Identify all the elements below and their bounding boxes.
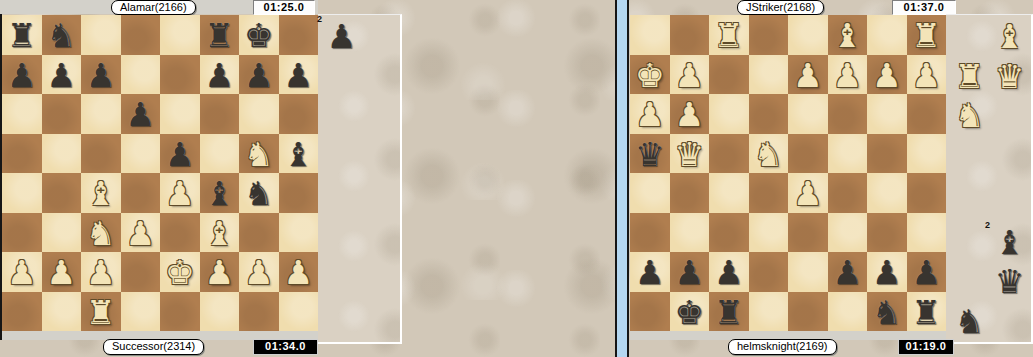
white-pawn[interactable]: ♟: [204, 256, 234, 289]
square-f5[interactable]: [709, 173, 749, 213]
square-c6[interactable]: [81, 94, 121, 134]
square-d8[interactable]: [788, 292, 828, 332]
holding-black-pawn[interactable]: 2♟: [322, 16, 361, 55]
square-e1[interactable]: [160, 292, 200, 332]
square-b7[interactable]: ♟: [867, 252, 907, 292]
square-a3[interactable]: [907, 94, 947, 134]
square-d3[interactable]: [788, 94, 828, 134]
square-f3[interactable]: ♝: [200, 213, 240, 253]
square-f6[interactable]: [709, 213, 749, 253]
square-b4[interactable]: [42, 173, 82, 213]
square-h5[interactable]: ♝: [279, 134, 319, 174]
square-h1[interactable]: [630, 15, 670, 55]
white-rook[interactable]: ♜: [714, 19, 744, 52]
square-g1[interactable]: [239, 292, 279, 332]
square-c6[interactable]: [828, 213, 868, 253]
square-a2[interactable]: ♟: [907, 55, 947, 95]
square-a5[interactable]: [907, 173, 947, 213]
holding-black-bishop[interactable]: 2♝: [990, 222, 1029, 261]
window-divider[interactable]: [615, 0, 629, 357]
holding-white-bishop[interactable]: ♝: [990, 16, 1029, 55]
white-queen[interactable]: ♛: [995, 60, 1025, 93]
square-b2[interactable]: ♟: [867, 55, 907, 95]
square-a1[interactable]: [2, 292, 42, 332]
square-b5[interactable]: [42, 134, 82, 174]
square-f4[interactable]: ♝: [200, 173, 240, 213]
holding-black-knight[interactable]: ♞: [950, 301, 989, 340]
black-knight[interactable]: ♞: [46, 19, 76, 52]
square-h6[interactable]: [279, 94, 319, 134]
square-c5[interactable]: [828, 173, 868, 213]
white-pawn[interactable]: ♟: [86, 256, 116, 289]
square-c8[interactable]: [81, 15, 121, 55]
white-pawn[interactable]: ♟: [7, 256, 37, 289]
square-h1[interactable]: [279, 292, 319, 332]
white-pawn[interactable]: ♟: [283, 256, 313, 289]
white-bishop[interactable]: ♝: [995, 20, 1025, 53]
black-pawn[interactable]: ♟: [635, 256, 665, 289]
white-pawn[interactable]: ♟: [46, 256, 76, 289]
black-pawn[interactable]: ♟: [832, 256, 862, 289]
square-c7[interactable]: ♟: [81, 55, 121, 95]
white-pawn[interactable]: ♟: [635, 98, 665, 131]
square-d5[interactable]: [121, 134, 161, 174]
square-f4[interactable]: [709, 134, 749, 174]
square-d1[interactable]: [121, 292, 161, 332]
player-button-successor[interactable]: Successor(2314): [103, 339, 204, 355]
square-g2[interactable]: ♟: [239, 252, 279, 292]
black-rook[interactable]: ♜: [204, 19, 234, 52]
square-h7[interactable]: ♟: [279, 55, 319, 95]
black-rook[interactable]: ♜: [911, 296, 941, 329]
white-pawn[interactable]: ♟: [165, 177, 195, 210]
white-king[interactable]: ♚: [635, 59, 665, 92]
black-king[interactable]: ♚: [674, 296, 704, 329]
square-b6[interactable]: [867, 213, 907, 253]
white-rook[interactable]: ♜: [911, 19, 941, 52]
square-d2[interactable]: ♟: [788, 55, 828, 95]
square-g8[interactable]: ♚: [670, 292, 710, 332]
square-f7[interactable]: ♟: [200, 55, 240, 95]
square-e5[interactable]: ♟: [160, 134, 200, 174]
square-f2[interactable]: [709, 55, 749, 95]
square-g5[interactable]: ♞: [239, 134, 279, 174]
square-a6[interactable]: [907, 213, 947, 253]
square-d4[interactable]: [788, 134, 828, 174]
player-button-alamar[interactable]: Alamar(2166): [111, 0, 196, 15]
black-pawn[interactable]: ♟: [86, 59, 116, 92]
square-g1[interactable]: [670, 15, 710, 55]
square-b8[interactable]: ♞: [42, 15, 82, 55]
square-d7[interactable]: [121, 55, 161, 95]
holding-white-queen[interactable]: ♛: [990, 56, 1029, 95]
square-c7[interactable]: ♟: [828, 252, 868, 292]
square-d6[interactable]: ♟: [121, 94, 161, 134]
square-a7[interactable]: ♟: [907, 252, 947, 292]
clock-top-left: 01:25.0: [253, 0, 315, 15]
square-g3[interactable]: [239, 213, 279, 253]
square-h5[interactable]: [630, 173, 670, 213]
square-e8[interactable]: [749, 292, 789, 332]
white-king[interactable]: ♚: [165, 256, 195, 289]
square-f2[interactable]: ♟: [200, 252, 240, 292]
black-pawn[interactable]: ♟: [244, 59, 274, 92]
square-g8[interactable]: ♚: [239, 15, 279, 55]
white-rook[interactable]: ♜: [955, 60, 985, 93]
square-d3[interactable]: ♟: [121, 213, 161, 253]
square-d7[interactable]: [788, 252, 828, 292]
square-b4[interactable]: [867, 134, 907, 174]
white-bishop[interactable]: ♝: [86, 177, 116, 210]
square-f6[interactable]: [200, 94, 240, 134]
chess-board-right: ♜♝♜♚♟♟♟♟♟♟♟♛♛♞♟♟♟♟♟♟♟♚♜♞♜: [630, 15, 946, 331]
black-bishop[interactable]: ♝: [283, 138, 313, 171]
black-pawn[interactable]: ♟: [283, 59, 313, 92]
black-rook[interactable]: ♜: [714, 296, 744, 329]
square-a8[interactable]: ♜: [2, 15, 42, 55]
square-c4[interactable]: ♝: [81, 173, 121, 213]
clock-top-right: 01:37.0: [892, 0, 956, 15]
square-h3[interactable]: [279, 213, 319, 253]
black-queen[interactable]: ♛: [995, 265, 1025, 298]
black-queen[interactable]: ♛: [635, 138, 665, 171]
square-f3[interactable]: [709, 94, 749, 134]
white-pawn[interactable]: ♟: [793, 177, 823, 210]
square-h6[interactable]: [630, 213, 670, 253]
white-pawn[interactable]: ♟: [911, 59, 941, 92]
square-d8[interactable]: [121, 15, 161, 55]
square-g7[interactable]: ♟: [670, 252, 710, 292]
square-e7[interactable]: [160, 55, 200, 95]
square-d5[interactable]: ♟: [788, 173, 828, 213]
white-rook[interactable]: ♜: [86, 296, 116, 329]
square-h2[interactable]: ♟: [279, 252, 319, 292]
square-g3[interactable]: ♟: [670, 94, 710, 134]
square-e6[interactable]: [749, 213, 789, 253]
square-g6[interactable]: [670, 213, 710, 253]
black-knight[interactable]: ♞: [244, 177, 274, 210]
white-knight[interactable]: ♞: [86, 217, 116, 250]
square-d6[interactable]: [788, 213, 828, 253]
square-c1[interactable]: ♜: [81, 292, 121, 332]
square-a2[interactable]: ♟: [2, 252, 42, 292]
square-b3[interactable]: [42, 213, 82, 253]
square-g4[interactable]: ♞: [239, 173, 279, 213]
black-pawn[interactable]: ♟: [674, 256, 704, 289]
square-e4[interactable]: ♟: [160, 173, 200, 213]
square-e2[interactable]: ♚: [160, 252, 200, 292]
square-h2[interactable]: ♚: [630, 55, 670, 95]
black-pawn[interactable]: ♟: [911, 256, 941, 289]
square-b3[interactable]: [867, 94, 907, 134]
square-e6[interactable]: [160, 94, 200, 134]
square-e3[interactable]: [160, 213, 200, 253]
square-g5[interactable]: [670, 173, 710, 213]
square-b2[interactable]: ♟: [42, 252, 82, 292]
player-button-helmsknight[interactable]: helmsknight(2169): [728, 339, 837, 355]
square-e1[interactable]: [749, 15, 789, 55]
square-b5[interactable]: [867, 173, 907, 213]
square-h3[interactable]: ♟: [630, 94, 670, 134]
square-h7[interactable]: ♟: [630, 252, 670, 292]
square-c3[interactable]: [828, 94, 868, 134]
black-pawn[interactable]: ♟: [46, 59, 76, 92]
bughouse-interface: Alamar(2166) 01:25.0 ♜♞♜♚♟♟♟♟♟♟♟♟♞♝♝♟♝♞♞…: [0, 0, 1033, 357]
square-c1[interactable]: ♝: [828, 15, 868, 55]
square-g2[interactable]: ♟: [670, 55, 710, 95]
player-button-jstriker[interactable]: JStriker(2168): [737, 0, 824, 15]
black-knight[interactable]: ♞: [872, 296, 902, 329]
white-pawn[interactable]: ♟: [244, 256, 274, 289]
white-knight[interactable]: ♞: [244, 138, 274, 171]
black-pawn[interactable]: ♟: [872, 256, 902, 289]
white-knight[interactable]: ♞: [955, 99, 985, 132]
square-h4[interactable]: ♛: [630, 134, 670, 174]
square-b8[interactable]: ♞: [867, 292, 907, 332]
black-rook[interactable]: ♜: [7, 19, 37, 52]
square-c3[interactable]: ♞: [81, 213, 121, 253]
white-knight[interactable]: ♞: [753, 138, 783, 171]
square-f8[interactable]: ♜: [709, 292, 749, 332]
holding-count: 2: [317, 14, 322, 24]
black-pawn[interactable]: ♟: [165, 138, 195, 171]
square-a4[interactable]: [2, 173, 42, 213]
square-b7[interactable]: ♟: [42, 55, 82, 95]
holding-white-rook[interactable]: ♜: [950, 56, 989, 95]
square-f7[interactable]: ♟: [709, 252, 749, 292]
square-c2[interactable]: ♟: [81, 252, 121, 292]
white-pawn[interactable]: ♟: [793, 59, 823, 92]
black-pawn[interactable]: ♟: [125, 98, 155, 131]
black-pawn[interactable]: ♟: [327, 20, 357, 53]
square-e5[interactable]: [749, 173, 789, 213]
white-pawn[interactable]: ♟: [674, 98, 704, 131]
square-e2[interactable]: [749, 55, 789, 95]
square-d1[interactable]: [788, 15, 828, 55]
square-f1[interactable]: [200, 292, 240, 332]
black-knight[interactable]: ♞: [955, 305, 985, 338]
black-bishop[interactable]: ♝: [995, 226, 1025, 259]
square-a5[interactable]: [2, 134, 42, 174]
clock-bottom-left: 01:34.0: [253, 339, 318, 355]
square-d2[interactable]: [121, 252, 161, 292]
chess-board-left: ♜♞♜♚♟♟♟♟♟♟♟♟♞♝♝♟♝♞♞♟♝♟♟♟♚♟♟♟♜: [2, 15, 318, 331]
square-f1[interactable]: ♜: [709, 15, 749, 55]
holdings-tray-right: ♝♜♛♞2♝♛♞: [946, 14, 1033, 344]
square-h8[interactable]: [630, 292, 670, 332]
square-g7[interactable]: ♟: [239, 55, 279, 95]
square-e4[interactable]: ♞: [749, 134, 789, 174]
square-d4[interactable]: [121, 173, 161, 213]
square-b1[interactable]: [42, 292, 82, 332]
square-a8[interactable]: ♜: [907, 292, 947, 332]
square-c5[interactable]: [81, 134, 121, 174]
black-pawn[interactable]: ♟: [204, 59, 234, 92]
square-e8[interactable]: [160, 15, 200, 55]
square-g6[interactable]: [239, 94, 279, 134]
black-bishop[interactable]: ♝: [204, 177, 234, 210]
square-b1[interactable]: [867, 15, 907, 55]
white-pawn[interactable]: ♟: [125, 217, 155, 250]
square-g4[interactable]: ♛: [670, 134, 710, 174]
black-pawn[interactable]: ♟: [7, 59, 37, 92]
holding-count: 2: [985, 220, 990, 230]
holding-white-knight[interactable]: ♞: [950, 95, 989, 134]
square-a3[interactable]: [2, 213, 42, 253]
square-c2[interactable]: ♟: [828, 55, 868, 95]
white-bishop[interactable]: ♝: [832, 19, 862, 52]
square-e7[interactable]: [749, 252, 789, 292]
white-pawn[interactable]: ♟: [872, 59, 902, 92]
square-c8[interactable]: [828, 292, 868, 332]
square-a6[interactable]: [2, 94, 42, 134]
clock-bottom-right: 01:19.0: [898, 339, 954, 355]
white-pawn[interactable]: ♟: [674, 59, 704, 92]
black-pawn[interactable]: ♟: [714, 256, 744, 289]
square-h4[interactable]: [279, 173, 319, 213]
square-h8[interactable]: [279, 15, 319, 55]
holdings-tray-left: 2♟: [318, 14, 402, 344]
holding-black-queen[interactable]: ♛: [990, 261, 1029, 300]
square-a4[interactable]: [907, 134, 947, 174]
square-c4[interactable]: [828, 134, 868, 174]
square-a7[interactable]: ♟: [2, 55, 42, 95]
square-f5[interactable]: [200, 134, 240, 174]
square-f8[interactable]: ♜: [200, 15, 240, 55]
white-pawn[interactable]: ♟: [832, 59, 862, 92]
square-e3[interactable]: [749, 94, 789, 134]
square-a1[interactable]: ♜: [907, 15, 947, 55]
square-b6[interactable]: [42, 94, 82, 134]
black-king[interactable]: ♚: [244, 19, 274, 52]
white-bishop[interactable]: ♝: [204, 217, 234, 250]
white-queen[interactable]: ♛: [674, 138, 704, 171]
